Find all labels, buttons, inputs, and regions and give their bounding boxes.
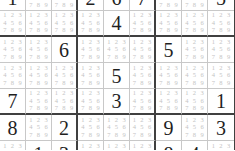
candidate-digit: 9 (146, 105, 154, 113)
given-digit: 4 (190, 144, 200, 151)
candidate-digit: 7 (27, 27, 35, 35)
pencil-marks: 123456789 (1, 64, 24, 87)
candidate-digit: 9 (172, 79, 180, 87)
candidate-digit: 9 (120, 131, 128, 139)
candidate-digit: 7 (53, 79, 61, 87)
candidate-digit: 7 (157, 27, 165, 35)
candidate-digit: 8 (60, 105, 68, 113)
candidate-digit: 1 (1, 12, 9, 20)
candidate-digit: 8 (165, 1, 173, 9)
candidate-digit: 8 (165, 27, 173, 35)
candidate-digit: 1 (183, 12, 191, 20)
sudoku-viewport: 1234567891234567891234567891234567891234… (0, 0, 235, 150)
candidate-digit: 8 (217, 27, 225, 35)
candidate-digit: 8 (138, 105, 146, 113)
candidate-digit: 8 (113, 131, 121, 139)
candidate-digit: 2 (165, 12, 173, 20)
candidate-digit: 2 (138, 90, 146, 98)
pencil-marks: 123456789 (131, 12, 154, 35)
pencil-marks: 123456789 (105, 116, 128, 139)
candidate-digit: 8 (60, 27, 68, 35)
candidate-digit: 9 (42, 79, 50, 87)
cell-r5c1[interactable]: 123456789 (0, 63, 26, 89)
pencil-marks: 123456789 (183, 64, 206, 87)
candidate-digit: 8 (191, 1, 199, 9)
candidate-digit: 1 (183, 90, 191, 98)
candidate-digit: 8 (9, 27, 17, 35)
pencil-marks: 123456789 (210, 64, 233, 87)
candidate-digit: 1 (131, 12, 139, 20)
candidate-digit: 9 (172, 27, 180, 35)
pencil-marks: 123456789 (131, 38, 154, 61)
sudoku-board: 1234567891234567891234567891234567891234… (0, 0, 235, 150)
pencil-marks: 123456789 (131, 116, 154, 139)
pencil-marks: 123456789 (27, 64, 50, 87)
candidate-digit: 8 (191, 53, 199, 61)
pencil-marks: 123456789 (157, 0, 180, 9)
cell-r7c6[interactable]: 123456789 (130, 115, 156, 141)
candidate-digit: 8 (35, 1, 43, 9)
candidate-digit: 2 (35, 90, 43, 98)
candidate-digit: 2 (165, 90, 173, 98)
cell-r8c5[interactable]: 123456789 (104, 141, 130, 150)
candidate-digit: 9 (146, 53, 154, 61)
candidate-digit: 9 (42, 131, 50, 139)
candidate-digit: 7 (27, 53, 35, 61)
cell-r6c1[interactable]: 7 (0, 89, 26, 115)
candidate-digit: 9 (68, 27, 76, 35)
candidate-digit: 9 (225, 53, 233, 61)
pencil-marks: 123456789 (79, 116, 102, 139)
cell-r6c5[interactable]: 3 (104, 89, 130, 115)
cell-r7c8[interactable]: 123456789 (182, 115, 208, 141)
candidate-digit: 9 (225, 27, 233, 35)
candidate-digit: 8 (35, 79, 43, 87)
candidate-digit: 7 (1, 79, 9, 87)
candidate-digit: 8 (35, 27, 43, 35)
candidate-digit: 1 (79, 12, 87, 20)
candidate-digit: 7 (53, 1, 61, 9)
candidate-digit: 7 (1, 27, 9, 35)
candidate-digit: 7 (131, 53, 139, 61)
candidate-digit: 3 (42, 90, 50, 98)
candidate-digit: 9 (68, 105, 76, 113)
candidate-digit: 9 (42, 27, 50, 35)
pencil-marks: 123456789 (53, 12, 76, 35)
pencil-marks: 123456789 (183, 0, 206, 9)
candidate-digit: 3 (16, 12, 24, 20)
pencil-marks: 123456789 (183, 90, 206, 113)
pencil-marks: 123456789 (79, 12, 102, 35)
given-digit: 3 (216, 118, 226, 138)
cell-r6c7[interactable]: 123456789 (156, 89, 182, 115)
cell-r2c9[interactable]: 5 (208, 0, 234, 11)
pencil-marks: 123456789 (183, 38, 206, 61)
given-digit: 8 (8, 118, 18, 138)
candidate-digit: 1 (79, 90, 87, 98)
pencil-marks: 123456789 (131, 64, 154, 87)
candidate-digit: 7 (53, 105, 61, 113)
candidate-digit: 8 (35, 53, 43, 61)
candidate-digit: 8 (35, 131, 43, 139)
candidate-digit: 7 (210, 53, 218, 61)
given-digit: 5 (112, 66, 122, 86)
pencil-marks: 123456789 (131, 142, 154, 150)
candidate-digit: 9 (16, 27, 24, 35)
pencil-marks: 123456789 (210, 12, 233, 35)
cell-r4c5[interactable]: 123456789 (104, 37, 130, 63)
candidate-digit: 8 (191, 79, 199, 87)
candidate-digit: 8 (87, 27, 95, 35)
candidate-digit: 9 (225, 79, 233, 87)
candidate-digit: 8 (217, 53, 225, 61)
cell-r7c1[interactable]: 8 (0, 115, 26, 141)
cell-r8c1[interactable]: 123456789 (0, 141, 26, 150)
given-digit: 1 (8, 0, 18, 8)
candidate-digit: 1 (27, 12, 35, 20)
pencil-marks: 123456789 (27, 0, 50, 9)
candidate-digit: 2 (35, 12, 43, 20)
candidate-digit: 7 (79, 105, 87, 113)
candidate-digit: 9 (42, 53, 50, 61)
given-digit: 2 (86, 0, 96, 8)
candidate-digit: 8 (165, 105, 173, 113)
cell-r7c7[interactable]: 9 (156, 115, 182, 141)
candidate-digit: 8 (113, 53, 121, 61)
cell-r2c5[interactable]: 6 (104, 0, 130, 11)
candidate-digit: 3 (172, 12, 180, 20)
candidate-digit: 7 (210, 27, 218, 35)
pencil-marks: 123456789 (210, 38, 233, 61)
candidate-digit: 9 (68, 79, 76, 87)
candidate-digit: 9 (94, 105, 102, 113)
pencil-marks: 123456789 (27, 38, 50, 61)
pencil-marks: 123456789 (157, 90, 180, 113)
candidate-digit: 7 (183, 1, 191, 9)
cell-r5c6[interactable]: 123456789 (130, 63, 156, 89)
pencil-marks: 123456789 (1, 12, 24, 35)
cell-r6c6[interactable]: 123456789 (130, 89, 156, 115)
candidate-digit: 9 (42, 105, 50, 113)
candidate-digit: 7 (79, 27, 87, 35)
cell-r4c7[interactable]: 5 (156, 37, 182, 63)
candidate-digit: 1 (53, 90, 61, 98)
candidate-digit: 1 (210, 12, 218, 20)
cell-r3c2[interactable]: 123456789 (26, 11, 52, 37)
candidate-digit: 8 (191, 131, 199, 139)
candidate-digit: 9 (42, 1, 50, 9)
cell-r7c9[interactable]: 3 (208, 115, 234, 141)
candidate-digit: 7 (53, 27, 61, 35)
cell-r5c8[interactable]: 123456789 (182, 63, 208, 89)
pencil-marks: 123456789 (27, 116, 50, 139)
cell-r8c8[interactable]: 4 (182, 141, 208, 150)
pencil-marks: 123456789 (183, 116, 206, 139)
cell-r5c7[interactable]: 123456789 (156, 63, 182, 89)
given-digit: 7 (8, 91, 18, 111)
cell-r3c5[interactable]: 4 (104, 11, 130, 37)
candidate-digit: 7 (27, 1, 35, 9)
candidate-digit: 8 (138, 79, 146, 87)
candidate-digit: 2 (60, 12, 68, 20)
candidate-digit: 9 (94, 131, 102, 139)
candidate-digit: 7 (157, 1, 165, 9)
candidate-digit: 9 (198, 53, 206, 61)
candidate-digit: 3 (198, 12, 206, 20)
candidate-digit: 3 (94, 90, 102, 98)
cell-r4c2[interactable]: 123456789 (26, 37, 52, 63)
candidate-digit: 8 (87, 105, 95, 113)
cell-r7c3[interactable]: 2 (52, 115, 78, 141)
candidate-digit: 9 (198, 27, 206, 35)
given-digit: 8 (164, 144, 174, 151)
cell-r2c7[interactable]: 123456789 (156, 0, 182, 11)
candidate-digit: 3 (94, 12, 102, 20)
candidate-digit: 2 (191, 12, 199, 20)
cell-r2c3[interactable]: 123456789 (52, 0, 78, 11)
given-digit: 4 (112, 13, 122, 33)
candidate-digit: 8 (217, 79, 225, 87)
cell-r6c3[interactable]: 123456789 (52, 89, 78, 115)
candidate-digit: 9 (94, 27, 102, 35)
candidate-digit: 7 (79, 131, 87, 139)
candidate-digit: 7 (1, 53, 9, 61)
candidate-digit: 2 (138, 12, 146, 20)
cell-r8c9[interactable]: 123456789 (208, 141, 234, 150)
candidate-digit: 2 (9, 12, 17, 20)
candidate-digit: 9 (198, 131, 206, 139)
candidate-digit: 9 (172, 1, 180, 9)
candidate-digit: 3 (198, 90, 206, 98)
candidate-digit: 9 (146, 27, 154, 35)
candidate-digit: 7 (27, 131, 35, 139)
cell-r4c1[interactable]: 123456789 (0, 37, 26, 63)
cell-r5c3[interactable]: 123456789 (52, 63, 78, 89)
pencil-marks: 123456789 (53, 64, 76, 87)
given-digit: 6 (59, 40, 69, 60)
candidate-digit: 7 (157, 79, 165, 87)
pencil-marks: 123456789 (157, 12, 180, 35)
given-digit: 1 (216, 91, 226, 111)
cell-r6c8[interactable]: 123456789 (182, 89, 208, 115)
candidate-digit: 3 (225, 12, 233, 20)
cell-r4c6[interactable]: 123456789 (130, 37, 156, 63)
candidate-digit: 8 (9, 79, 17, 87)
candidate-digit: 9 (120, 53, 128, 61)
cell-r7c4[interactable]: 123456789 (78, 115, 104, 141)
cell-r4c8[interactable]: 123456789 (182, 37, 208, 63)
pencil-marks: 123456789 (105, 142, 128, 150)
cell-r8c6[interactable]: 123456789 (130, 141, 156, 150)
cell-r7c2[interactable]: 123456789 (26, 115, 52, 141)
candidate-digit: 7 (183, 105, 191, 113)
cell-r8c2[interactable]: 1 (26, 141, 52, 150)
candidate-digit: 8 (87, 131, 95, 139)
cell-r2c1[interactable]: 1 (0, 0, 26, 11)
cell-r5c5[interactable]: 5 (104, 63, 130, 89)
given-digit: 3 (112, 91, 122, 111)
pencil-marks: 123456789 (1, 38, 24, 61)
candidate-digit: 7 (183, 27, 191, 35)
candidate-digit: 2 (60, 90, 68, 98)
cell-r8c4[interactable]: 123456789 (78, 141, 104, 150)
cell-r4c4[interactable]: 123456789 (78, 37, 104, 63)
candidate-digit: 1 (53, 12, 61, 20)
candidate-digit: 1 (157, 90, 165, 98)
candidate-digit: 9 (68, 1, 76, 9)
candidate-digit: 2 (87, 90, 95, 98)
pencil-marks: 123456789 (210, 142, 233, 150)
cell-r2c4[interactable]: 2 (78, 0, 104, 11)
candidate-digit: 8 (138, 53, 146, 61)
cell-r2c8[interactable]: 123456789 (182, 0, 208, 11)
candidate-digit: 9 (146, 79, 154, 87)
candidate-digit: 7 (131, 105, 139, 113)
given-digit: 6 (112, 0, 122, 8)
given-digit: 5 (164, 40, 174, 60)
pencil-marks: 123456789 (105, 38, 128, 61)
pencil-marks: 123456789 (183, 12, 206, 35)
pencil-marks: 123456789 (131, 90, 154, 113)
candidate-digit: 3 (172, 90, 180, 98)
candidate-digit: 9 (94, 53, 102, 61)
cell-r6c9[interactable]: 1 (208, 89, 234, 115)
candidate-digit: 8 (87, 79, 95, 87)
candidate-digit: 7 (157, 105, 165, 113)
cell-r3c6[interactable]: 123456789 (130, 11, 156, 37)
candidate-digit: 8 (191, 27, 199, 35)
pencil-marks: 123456789 (79, 142, 102, 150)
pencil-marks: 123456789 (1, 142, 24, 150)
candidate-digit: 8 (87, 53, 95, 61)
pencil-marks: 123456789 (79, 38, 102, 61)
candidate-digit: 7 (79, 79, 87, 87)
candidate-digit: 9 (172, 105, 180, 113)
given-digit: 2 (59, 118, 69, 138)
candidate-digit: 8 (191, 105, 199, 113)
candidate-digit: 1 (131, 90, 139, 98)
candidate-digit: 9 (198, 1, 206, 9)
candidate-digit: 2 (217, 12, 225, 20)
candidate-digit: 3 (146, 90, 154, 98)
candidate-digit: 8 (35, 105, 43, 113)
candidate-digit: 9 (146, 131, 154, 139)
pencil-marks: 123456789 (27, 12, 50, 35)
pencil-marks: 123456789 (157, 64, 180, 87)
cell-r3c1[interactable]: 123456789 (0, 11, 26, 37)
pencil-marks: 123456789 (79, 90, 102, 113)
cell-r5c4[interactable]: 123456789 (78, 63, 104, 89)
candidate-digit: 7 (105, 53, 113, 61)
cell-r8c3[interactable]: 3 (52, 141, 78, 150)
candidate-digit: 7 (27, 105, 35, 113)
candidate-digit: 8 (9, 53, 17, 61)
given-digit: 9 (164, 118, 174, 138)
candidate-digit: 7 (131, 131, 139, 139)
cell-r2c6[interactable]: 7 (130, 0, 156, 11)
cell-r7c5[interactable]: 123456789 (104, 115, 130, 141)
candidate-digit: 7 (27, 79, 35, 87)
candidate-digit: 3 (68, 12, 76, 20)
pencil-marks: 123456789 (27, 90, 50, 113)
candidate-digit: 1 (27, 90, 35, 98)
cell-r8c7[interactable]: 8 (156, 141, 182, 150)
candidate-digit: 9 (198, 79, 206, 87)
candidate-digit: 7 (131, 27, 139, 35)
cell-r4c9[interactable]: 123456789 (208, 37, 234, 63)
cell-r4c3[interactable]: 6 (52, 37, 78, 63)
candidate-digit: 3 (146, 12, 154, 20)
candidate-digit: 3 (42, 12, 50, 20)
candidate-digit: 7 (131, 79, 139, 87)
candidate-digit: 7 (183, 131, 191, 139)
candidate-digit: 1 (157, 12, 165, 20)
given-digit: 5 (216, 0, 226, 8)
candidate-digit: 7 (183, 79, 191, 87)
given-digit: 7 (137, 0, 147, 8)
cell-r3c9[interactable]: 123456789 (208, 11, 234, 37)
cell-r2c2[interactable]: 123456789 (26, 0, 52, 11)
candidate-digit: 8 (60, 79, 68, 87)
candidate-digit: 2 (87, 12, 95, 20)
cell-r5c9[interactable]: 123456789 (208, 63, 234, 89)
pencil-marks: 123456789 (79, 64, 102, 87)
pencil-marks: 123456789 (53, 90, 76, 113)
cell-r3c8[interactable]: 123456789 (182, 11, 208, 37)
candidate-digit: 7 (105, 131, 113, 139)
candidate-digit: 9 (198, 105, 206, 113)
candidate-digit: 8 (60, 1, 68, 9)
cell-r3c4[interactable]: 123456789 (78, 11, 104, 37)
candidate-digit: 8 (138, 131, 146, 139)
cell-r3c7[interactable]: 123456789 (156, 11, 182, 37)
cell-r6c4[interactable]: 123456789 (78, 89, 104, 115)
given-digit: 1 (34, 144, 44, 151)
cell-r6c2[interactable]: 123456789 (26, 89, 52, 115)
candidate-digit: 8 (138, 27, 146, 35)
candidate-digit: 9 (94, 79, 102, 87)
candidate-digit: 7 (183, 53, 191, 61)
candidate-digit: 9 (16, 53, 24, 61)
candidate-digit: 9 (16, 79, 24, 87)
candidate-digit: 7 (79, 53, 87, 61)
candidate-digit: 8 (165, 79, 173, 87)
candidate-digit: 7 (210, 79, 218, 87)
pencil-marks: 123456789 (53, 0, 76, 9)
candidate-digit: 2 (191, 90, 199, 98)
candidate-digit: 3 (68, 90, 76, 98)
given-digit: 3 (59, 144, 69, 151)
cell-r3c3[interactable]: 123456789 (52, 11, 78, 37)
cell-r5c2[interactable]: 123456789 (26, 63, 52, 89)
